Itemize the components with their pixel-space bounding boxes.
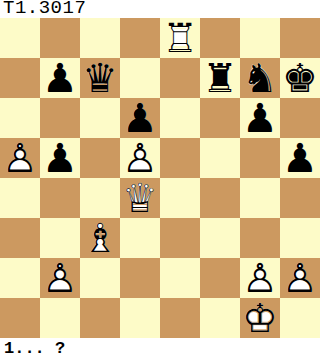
square-d7[interactable] [120,58,160,98]
white-king-piece-fill: ♚ [240,298,280,338]
black-knight-piece: ♞ [240,58,280,98]
white-pawn-piece-fill: ♟ [40,258,80,298]
chess-puzzle-window: T1.3017 ♜♖♙♟♕♛♖♜♘♞♔♚♙♟♙♟♟♙♙♟♟♙♙♟♛♕♝♗♟♙♟♙… [0,0,320,360]
black-rook-piece: ♜ [200,58,240,98]
square-d3[interactable] [120,218,160,258]
white-pawn-piece: ♙ [120,138,160,178]
white-pawn-piece: ♙ [40,258,80,298]
square-h7[interactable]: ♔♚ [280,58,320,98]
white-king-piece: ♔ [240,298,280,338]
square-g5[interactable] [240,138,280,178]
black-pawn-piece-detail: ♙ [40,138,80,178]
square-d8[interactable] [120,18,160,58]
square-a8[interactable] [0,18,40,58]
square-e1[interactable] [160,298,200,338]
black-pawn-piece: ♟ [120,98,160,138]
black-pawn-piece: ♟ [240,98,280,138]
square-c6[interactable] [80,98,120,138]
square-h2[interactable]: ♟♙ [280,258,320,298]
square-e4[interactable] [160,178,200,218]
square-a6[interactable] [0,98,40,138]
white-pawn-piece-fill: ♟ [120,138,160,178]
black-king-piece: ♚ [280,58,320,98]
square-f4[interactable] [200,178,240,218]
square-g6[interactable]: ♙♟ [240,98,280,138]
square-h3[interactable] [280,218,320,258]
square-d5[interactable]: ♟♙ [120,138,160,178]
square-e2[interactable] [160,258,200,298]
square-b8[interactable] [40,18,80,58]
black-pawn-piece: ♟ [40,58,80,98]
square-b1[interactable] [40,298,80,338]
square-g7[interactable]: ♘♞ [240,58,280,98]
square-g2[interactable]: ♟♙ [240,258,280,298]
black-pawn-piece-detail: ♙ [120,98,160,138]
white-pawn-piece: ♙ [0,138,40,178]
square-a3[interactable] [0,218,40,258]
square-d2[interactable] [120,258,160,298]
square-d6[interactable]: ♙♟ [120,98,160,138]
square-h1[interactable] [280,298,320,338]
square-h4[interactable] [280,178,320,218]
puzzle-id: T1.3017 [0,0,320,18]
square-c2[interactable] [80,258,120,298]
white-pawn-piece-fill: ♟ [240,258,280,298]
square-c4[interactable] [80,178,120,218]
square-f1[interactable] [200,298,240,338]
square-g4[interactable] [240,178,280,218]
square-c3[interactable]: ♝♗ [80,218,120,258]
black-rook-piece-detail: ♖ [200,58,240,98]
black-pawn-piece-detail: ♙ [240,98,280,138]
white-bishop-piece-fill: ♝ [80,218,120,258]
square-f7[interactable]: ♖♜ [200,58,240,98]
square-f3[interactable] [200,218,240,258]
black-queen-piece-detail: ♕ [80,58,120,98]
square-c7[interactable]: ♕♛ [80,58,120,98]
square-d4[interactable]: ♛♕ [120,178,160,218]
square-g3[interactable] [240,218,280,258]
square-b6[interactable] [40,98,80,138]
move-prompt: 1... ? [0,338,320,358]
black-king-piece-detail: ♔ [280,58,320,98]
square-b4[interactable] [40,178,80,218]
square-c5[interactable] [80,138,120,178]
black-pawn-piece-detail: ♙ [40,58,80,98]
square-h8[interactable] [280,18,320,58]
white-rook-piece: ♖ [160,18,200,58]
square-c8[interactable] [80,18,120,58]
square-f6[interactable] [200,98,240,138]
black-knight-piece-detail: ♘ [240,58,280,98]
square-a4[interactable] [0,178,40,218]
square-e7[interactable] [160,58,200,98]
square-e3[interactable] [160,218,200,258]
square-a5[interactable]: ♟♙ [0,138,40,178]
chess-board: ♜♖♙♟♕♛♖♜♘♞♔♚♙♟♙♟♟♙♙♟♟♙♙♟♛♕♝♗♟♙♟♙♟♙♚♔ [0,18,320,338]
square-b7[interactable]: ♙♟ [40,58,80,98]
square-e6[interactable] [160,98,200,138]
black-pawn-piece-detail: ♙ [280,138,320,178]
white-queen-piece: ♕ [120,178,160,218]
square-g8[interactable] [240,18,280,58]
square-b3[interactable] [40,218,80,258]
white-rook-piece-fill: ♜ [160,18,200,58]
white-pawn-piece: ♙ [280,258,320,298]
black-pawn-piece: ♟ [280,138,320,178]
square-b5[interactable]: ♙♟ [40,138,80,178]
white-pawn-piece: ♙ [240,258,280,298]
black-queen-piece: ♛ [80,58,120,98]
square-f5[interactable] [200,138,240,178]
square-b2[interactable]: ♟♙ [40,258,80,298]
square-d1[interactable] [120,298,160,338]
square-h5[interactable]: ♙♟ [280,138,320,178]
white-pawn-piece-fill: ♟ [280,258,320,298]
white-queen-piece-fill: ♛ [120,178,160,218]
square-e5[interactable] [160,138,200,178]
black-pawn-piece: ♟ [40,138,80,178]
square-e8[interactable]: ♜♖ [160,18,200,58]
square-a1[interactable] [0,298,40,338]
white-pawn-piece-fill: ♟ [0,138,40,178]
square-a7[interactable] [0,58,40,98]
square-h6[interactable] [280,98,320,138]
square-a2[interactable] [0,258,40,298]
white-bishop-piece: ♗ [80,218,120,258]
square-f8[interactable] [200,18,240,58]
square-c1[interactable] [80,298,120,338]
square-g1[interactable]: ♚♔ [240,298,280,338]
square-f2[interactable] [200,258,240,298]
